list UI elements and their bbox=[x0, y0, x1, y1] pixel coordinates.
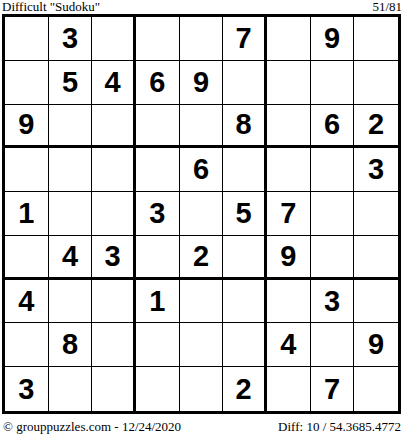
cell-r3c4[interactable] bbox=[136, 105, 180, 149]
cell-r8c4[interactable] bbox=[136, 323, 180, 367]
cell-r4c4[interactable] bbox=[136, 148, 180, 192]
cell-r6c4[interactable] bbox=[136, 236, 180, 280]
cell-r7c2[interactable] bbox=[49, 280, 93, 324]
cell-r2c4[interactable]: 6 bbox=[136, 61, 180, 105]
cell-r9c4[interactable] bbox=[136, 367, 180, 411]
cell-r1c7[interactable] bbox=[267, 17, 311, 61]
cell-r3c6[interactable]: 8 bbox=[223, 105, 267, 149]
cell-r4c3[interactable] bbox=[92, 148, 136, 192]
cell-r8c5[interactable] bbox=[180, 323, 224, 367]
cell-r1c3[interactable] bbox=[92, 17, 136, 61]
footer: © grouppuzzles.com - 12/24/2020 Diff: 10… bbox=[0, 414, 403, 437]
cell-r1c5[interactable] bbox=[180, 17, 224, 61]
cell-r6c7[interactable]: 9 bbox=[267, 236, 311, 280]
cell-r3c2[interactable] bbox=[49, 105, 93, 149]
cell-r4c2[interactable] bbox=[49, 148, 93, 192]
cell-r8c9[interactable]: 9 bbox=[354, 323, 398, 367]
cell-r7c7[interactable] bbox=[267, 280, 311, 324]
cell-r5c6[interactable]: 5 bbox=[223, 192, 267, 236]
cell-r1c8[interactable]: 9 bbox=[311, 17, 355, 61]
cell-r2c8[interactable] bbox=[311, 61, 355, 105]
cell-r4c6[interactable] bbox=[223, 148, 267, 192]
cell-r5c8[interactable] bbox=[311, 192, 355, 236]
cells-remaining-counter: 51/81 bbox=[372, 0, 402, 13]
cell-r2c9[interactable] bbox=[354, 61, 398, 105]
cell-r4c9[interactable]: 3 bbox=[354, 148, 398, 192]
cell-r2c6[interactable] bbox=[223, 61, 267, 105]
cell-r1c2[interactable]: 3 bbox=[49, 17, 93, 61]
cell-r3c9[interactable]: 2 bbox=[354, 105, 398, 149]
cell-r9c7[interactable] bbox=[267, 367, 311, 411]
cell-r7c4[interactable]: 1 bbox=[136, 280, 180, 324]
cell-r3c5[interactable] bbox=[180, 105, 224, 149]
cell-r6c2[interactable]: 4 bbox=[49, 236, 93, 280]
cell-r9c3[interactable] bbox=[92, 367, 136, 411]
cell-r7c1[interactable]: 4 bbox=[5, 280, 49, 324]
cell-r1c6[interactable]: 7 bbox=[223, 17, 267, 61]
cell-r7c9[interactable] bbox=[354, 280, 398, 324]
cell-r8c1[interactable] bbox=[5, 323, 49, 367]
sudoku-page: Difficult "Sudoku" 51/81 379546998626313… bbox=[0, 0, 403, 437]
cell-r5c1[interactable]: 1 bbox=[5, 192, 49, 236]
cell-r7c6[interactable] bbox=[223, 280, 267, 324]
cell-r2c1[interactable] bbox=[5, 61, 49, 105]
cell-r7c8[interactable]: 3 bbox=[311, 280, 355, 324]
header: Difficult "Sudoku" 51/81 bbox=[0, 0, 403, 14]
difficulty-text: Diff: 10 / 54.3685.4772 bbox=[278, 419, 401, 435]
cell-r6c6[interactable] bbox=[223, 236, 267, 280]
cell-r2c5[interactable]: 9 bbox=[180, 61, 224, 105]
cell-r7c5[interactable] bbox=[180, 280, 224, 324]
cell-r6c9[interactable] bbox=[354, 236, 398, 280]
cell-r1c4[interactable] bbox=[136, 17, 180, 61]
cell-r3c3[interactable] bbox=[92, 105, 136, 149]
cell-r4c5[interactable]: 6 bbox=[180, 148, 224, 192]
cell-r3c7[interactable] bbox=[267, 105, 311, 149]
cell-r9c5[interactable] bbox=[180, 367, 224, 411]
cell-r5c7[interactable]: 7 bbox=[267, 192, 311, 236]
cell-r2c2[interactable]: 5 bbox=[49, 61, 93, 105]
cell-r8c7[interactable]: 4 bbox=[267, 323, 311, 367]
cell-r1c1[interactable] bbox=[5, 17, 49, 61]
sudoku-board: 379546998626313574329413849327 bbox=[2, 14, 401, 414]
cell-r9c8[interactable]: 7 bbox=[311, 367, 355, 411]
copyright-text: © grouppuzzles.com - 12/24/2020 bbox=[3, 419, 181, 435]
cell-r4c8[interactable] bbox=[311, 148, 355, 192]
cell-r9c1[interactable]: 3 bbox=[5, 367, 49, 411]
cell-r8c2[interactable]: 8 bbox=[49, 323, 93, 367]
cell-r3c8[interactable]: 6 bbox=[311, 105, 355, 149]
cell-r5c4[interactable]: 3 bbox=[136, 192, 180, 236]
cell-r5c5[interactable] bbox=[180, 192, 224, 236]
cell-r5c3[interactable] bbox=[92, 192, 136, 236]
cell-r1c9[interactable] bbox=[354, 17, 398, 61]
cell-r6c3[interactable]: 3 bbox=[92, 236, 136, 280]
cell-r7c3[interactable] bbox=[92, 280, 136, 324]
cell-r3c1[interactable]: 9 bbox=[5, 105, 49, 149]
cell-r8c3[interactable] bbox=[92, 323, 136, 367]
cell-r6c1[interactable] bbox=[5, 236, 49, 280]
cell-r4c1[interactable] bbox=[5, 148, 49, 192]
cell-r5c2[interactable] bbox=[49, 192, 93, 236]
cell-r5c9[interactable] bbox=[354, 192, 398, 236]
cell-r2c3[interactable]: 4 bbox=[92, 61, 136, 105]
cell-r2c7[interactable] bbox=[267, 61, 311, 105]
cell-r9c9[interactable] bbox=[354, 367, 398, 411]
cell-r9c6[interactable]: 2 bbox=[223, 367, 267, 411]
cell-r9c2[interactable] bbox=[49, 367, 93, 411]
cell-r6c5[interactable]: 2 bbox=[180, 236, 224, 280]
cell-r6c8[interactable] bbox=[311, 236, 355, 280]
cell-r8c6[interactable] bbox=[223, 323, 267, 367]
puzzle-title: Difficult "Sudoku" bbox=[2, 0, 100, 13]
cell-r8c8[interactable] bbox=[311, 323, 355, 367]
cell-r4c7[interactable] bbox=[267, 148, 311, 192]
